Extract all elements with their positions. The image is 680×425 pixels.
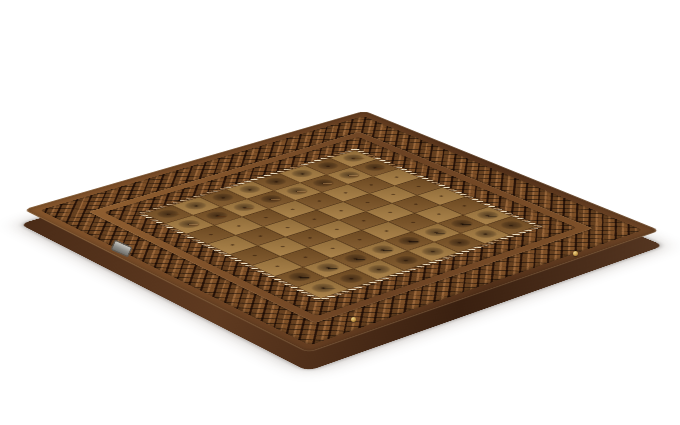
black-rook-glyph: ♜: [249, 252, 397, 293]
board-top-face: ♜♞♝♛♚♝♞♜♟♟♟♟♟♟♟♟♟♟♟♟♟♟♟♟♜♞♝♛♚♝♞♜: [23, 111, 660, 353]
perspective-wrapper: ♜♞♝♛♚♝♞♜♟♟♟♟♟♟♟♟♟♟♟♟♟♟♟♟♜♞♝♛♚♝♞♜: [0, 0, 680, 425]
product-photo-scene: ♜♞♝♛♚♝♞♜♟♟♟♟♟♟♟♟♟♟♟♟♟♟♟♟♜♞♝♛♚♝♞♜: [0, 0, 680, 425]
brass-pin-front: [351, 317, 356, 322]
brass-pin-right: [573, 251, 578, 256]
chess-board: ♜♞♝♛♚♝♞♜♟♟♟♟♟♟♟♟♟♟♟♟♟♟♟♟♜♞♝♛♚♝♞♜: [23, 111, 660, 353]
